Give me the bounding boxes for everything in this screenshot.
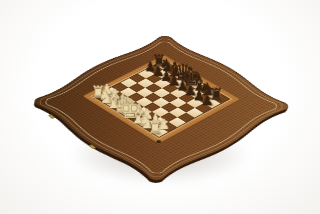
white-rook-h1[interactable]: ♜ — [147, 119, 163, 136]
black-pawn-h7[interactable]: ♟ — [201, 93, 214, 107]
product-photo: ♜♞♝♛♚♝♞♜♟♟♟♟♟♟♟♟♟♟♟♟♟♟♟♟♜♞♝♛♚♝♞♜ — [0, 0, 320, 214]
scene: ♜♞♝♛♚♝♞♜♟♟♟♟♟♟♟♟♟♟♟♟♟♟♟♟♜♞♝♛♚♝♞♜ — [0, 0, 320, 214]
